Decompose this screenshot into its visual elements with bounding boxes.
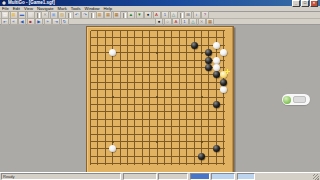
white-stone-S14[interactable]	[213, 64, 220, 71]
grid-line-vertical	[90, 31, 91, 165]
hoshi-point	[156, 96, 158, 98]
grid-line-vertical	[142, 31, 143, 165]
menu-file[interactable]: File	[2, 6, 9, 11]
black-stone-P17[interactable]	[191, 42, 198, 49]
black-stone-Q2[interactable]	[198, 153, 205, 160]
hoshi-point	[201, 52, 203, 54]
workspace	[0, 25, 320, 175]
next-variation-icon[interactable]: ▼	[136, 11, 144, 19]
grid-line-vertical	[164, 31, 165, 165]
hoshi-point	[156, 141, 158, 143]
toolbar-separator	[123, 13, 126, 18]
grid-line-vertical	[179, 31, 180, 165]
hoshi-point	[112, 96, 114, 98]
maximize-button[interactable]: □	[301, 0, 309, 7]
black-stone-R14[interactable]	[205, 64, 212, 71]
app-icon	[2, 1, 6, 5]
grid-line-vertical	[194, 31, 195, 165]
grid-line-horizontal	[91, 89, 225, 90]
pass-icon[interactable]: ●	[144, 11, 152, 19]
menu-help[interactable]: Help	[104, 6, 113, 11]
black-stone-S9[interactable]	[213, 101, 220, 108]
grid-line-horizontal	[91, 126, 225, 127]
grid-line-horizontal	[91, 134, 225, 135]
black-stone-R15[interactable]	[205, 57, 212, 64]
grid-line-vertical	[149, 31, 150, 165]
menu-navigate[interactable]: Navigate	[37, 6, 54, 11]
white-stone-D3[interactable]	[109, 145, 116, 152]
hoshi-point	[112, 141, 114, 143]
widget-tag	[293, 96, 306, 103]
white-stone-T11[interactable]	[220, 86, 227, 93]
undo-icon[interactable]: ↶	[73, 11, 81, 19]
black-stone-S13[interactable]	[213, 71, 220, 78]
white-stone-T16[interactable]	[220, 49, 227, 56]
resize-grip[interactable]	[313, 174, 319, 180]
black-stone-S3[interactable]	[213, 145, 220, 152]
board-view-2-icon[interactable]: ▦	[104, 11, 112, 19]
redo-icon[interactable]: ↷	[81, 11, 89, 19]
black-stone-R16[interactable]	[205, 49, 212, 56]
grid-line-vertical	[120, 31, 121, 165]
grid-line-vertical	[127, 31, 128, 165]
white-stone-D16[interactable]	[109, 49, 116, 56]
grid-line-vertical	[186, 31, 187, 165]
menu-tools[interactable]: Tools	[71, 6, 81, 11]
glint-icon	[225, 71, 230, 72]
white-stone-S15[interactable]	[213, 57, 220, 64]
hoshi-point	[201, 141, 203, 143]
go-board[interactable]	[86, 26, 234, 174]
hoshi-point	[156, 52, 158, 54]
hoshi-point	[201, 96, 203, 98]
grid-line-vertical	[171, 31, 172, 165]
toolbar-separator	[37, 13, 40, 18]
grid-line-vertical	[97, 31, 98, 165]
menu-edit[interactable]: Edit	[13, 6, 20, 11]
toolbar-separator	[91, 13, 94, 18]
status-panel	[211, 173, 235, 180]
widget-orb-icon	[283, 96, 291, 104]
grid-line-horizontal	[91, 111, 225, 112]
status-panel	[237, 173, 255, 180]
prev-variation-icon[interactable]: ▲	[127, 11, 135, 19]
toolbar-separator	[68, 13, 71, 18]
white-stone-S17[interactable]	[213, 42, 220, 49]
menu-window[interactable]: Window	[85, 6, 100, 11]
grid-line-vertical	[134, 31, 135, 165]
grid-line-horizontal	[91, 104, 225, 105]
app-window: MultiGo - [Game1.sgf] _ □ × FileEditView…	[0, 0, 320, 180]
grid-line-horizontal	[91, 37, 225, 38]
toolbar-separator	[180, 13, 183, 18]
black-stone-T12[interactable]	[220, 79, 227, 86]
grid-line-vertical	[105, 31, 106, 165]
board-view-3-icon[interactable]: ▦	[113, 11, 121, 19]
floating-widget[interactable]	[282, 94, 310, 105]
grid-line-horizontal	[91, 74, 225, 75]
grid-line-horizontal	[91, 82, 225, 83]
grid-line-horizontal	[91, 30, 225, 31]
status-panel	[158, 173, 188, 180]
close-button[interactable]: ×	[310, 0, 318, 7]
grid-line-horizontal	[91, 163, 225, 164]
minimize-button[interactable]: _	[292, 0, 300, 7]
status-panel	[123, 173, 157, 180]
status-panel	[190, 173, 210, 180]
board-view-1-icon[interactable]: ▦	[96, 11, 104, 19]
status-message: Ready	[1, 173, 121, 180]
grid-line-horizontal	[91, 119, 225, 120]
menu-view[interactable]: View	[24, 6, 33, 11]
grid-line-horizontal	[91, 45, 225, 46]
highlighted-stone-T13[interactable]	[220, 71, 227, 78]
status-bar: Ready	[0, 172, 320, 180]
menu-mark[interactable]: Mark	[58, 6, 67, 11]
